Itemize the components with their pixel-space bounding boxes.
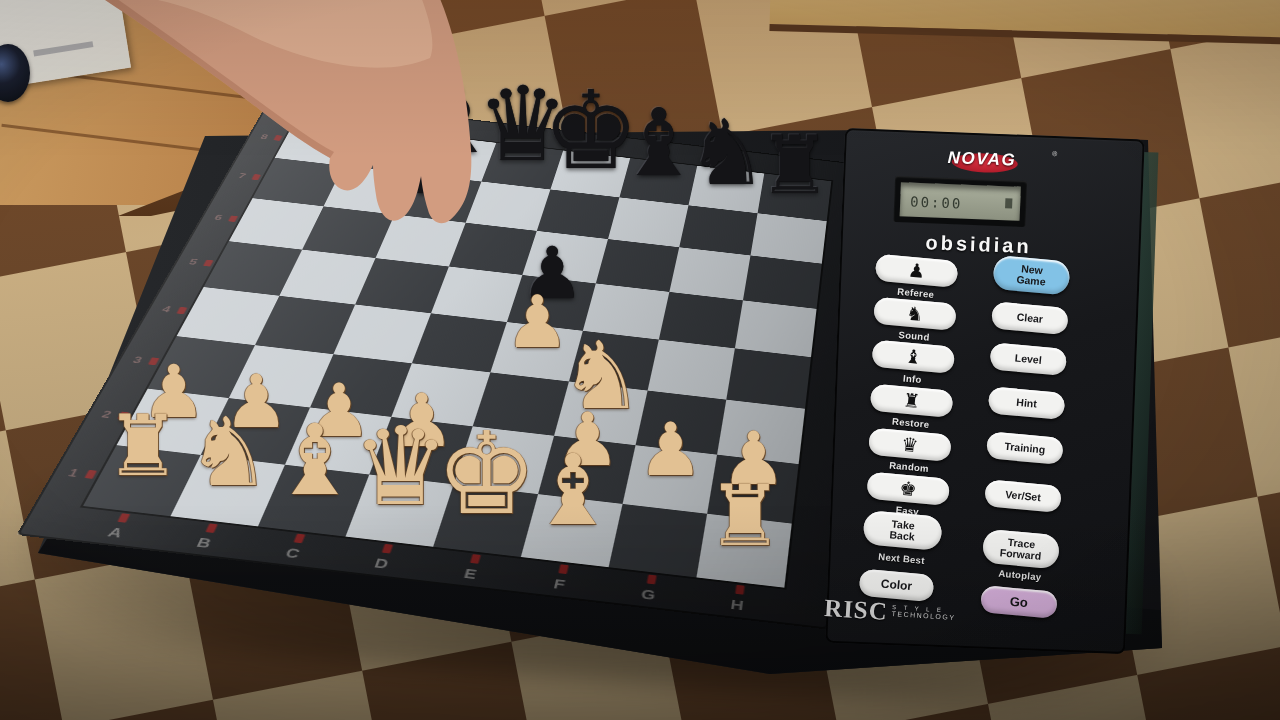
piece-black-knight-g8[interactable]: ♞: [686, 108, 767, 198]
registered-mark: ®: [1052, 150, 1057, 157]
control-console: NOVAG ® 00:00 obsidian ♟Referee♞Sound♝In…: [825, 128, 1145, 654]
lcd-text: 00:00: [910, 194, 963, 212]
rook-icon: ♜: [902, 391, 921, 411]
king-icon: ♚: [899, 478, 918, 498]
knight-icon: ♞: [906, 304, 925, 324]
risc-text: RISC: [823, 594, 888, 626]
bishop-icon: ♝: [904, 347, 923, 367]
piece-white-rook-h1[interactable]: ♜: [707, 474, 783, 559]
piece-black-pawn-c7[interactable]: ♟: [407, 134, 470, 205]
piece-white-bishop-c1[interactable]: ♝: [271, 412, 358, 510]
piece-white-knight-b1[interactable]: ♞: [186, 405, 271, 500]
lcd-cursor-block: [1005, 198, 1012, 208]
lcd-display: 00:00: [893, 176, 1027, 227]
lcd-screen: 00:00: [900, 182, 1021, 221]
piece-white-pawn-g2[interactable]: ♟: [638, 413, 704, 486]
queen-icon: ♛: [901, 434, 920, 454]
piece-white-king-e1[interactable]: ♚: [436, 418, 538, 531]
piece-white-bishop-f1[interactable]: ♝: [529, 442, 617, 540]
info-label: Info: [903, 372, 923, 385]
piece-white-queen-d1[interactable]: ♛: [352, 413, 449, 521]
piece-black-rook-h8[interactable]: ♜: [759, 125, 831, 205]
piece-white-rook-a1[interactable]: ♜: [105, 404, 181, 488]
novag-obsidian-scene: ABCDEFGH87654321 ♝♛♚♝♞♜♟♟♟♞♟♟♟♟♟♟♟♜♞♝♛♚♝…: [0, 0, 1280, 720]
pawn-icon: ♟: [907, 261, 926, 281]
